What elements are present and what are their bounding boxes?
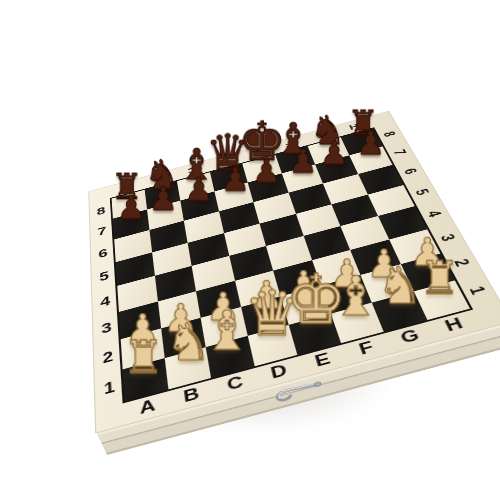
chess-board-box: ABCDEFGH ABCDEFGH 87654321 87654321 ♜♞♝♛… xyxy=(89,112,500,433)
rank-label-right-8: 8 xyxy=(369,124,409,145)
piece-glyph: ♞ xyxy=(377,260,423,311)
piece-glyph: ♜ xyxy=(419,255,460,301)
piece-glyph: ♝ xyxy=(331,268,380,323)
rank-label-right-6: 6 xyxy=(389,160,432,183)
scene: ABCDEFGH ABCDEFGH 87654321 87654321 ♜♞♝♛… xyxy=(0,0,500,500)
piece-glyph: ♜ xyxy=(123,334,164,380)
rank-label-right-7: 7 xyxy=(378,142,419,164)
product-photo: ABCDEFGH ABCDEFGH 87654321 87654321 ♜♞♝♛… xyxy=(0,0,500,500)
